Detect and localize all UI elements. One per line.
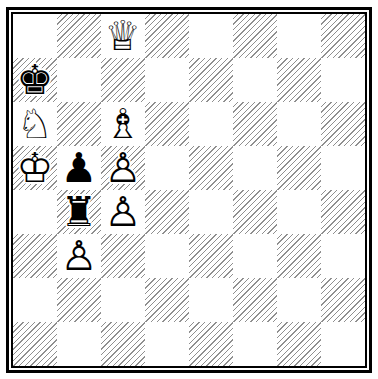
square-c1[interactable]: [101, 322, 145, 366]
square-f4[interactable]: [233, 190, 277, 234]
square-c6[interactable]: ♝♗: [101, 102, 145, 146]
piece-white-pawn-c5: ♟♙: [101, 146, 145, 190]
square-a2[interactable]: [13, 278, 57, 322]
square-d8[interactable]: [145, 14, 189, 58]
square-a7[interactable]: ♚: [13, 58, 57, 102]
square-h7[interactable]: [321, 58, 365, 102]
black-rook-glyph: ♜: [57, 190, 101, 234]
piece-white-pawn-b3: ♟♙: [57, 234, 101, 278]
white-pawn-glyph: ♙: [101, 146, 145, 190]
square-a8[interactable]: [13, 14, 57, 58]
piece-black-rook-b4: ♜: [57, 190, 101, 234]
square-b7[interactable]: [57, 58, 101, 102]
square-h5[interactable]: [321, 146, 365, 190]
square-c5[interactable]: ♟♙: [101, 146, 145, 190]
square-g4[interactable]: [277, 190, 321, 234]
white-pawn-glyph: ♙: [101, 190, 145, 234]
square-b2[interactable]: [57, 278, 101, 322]
square-d2[interactable]: [145, 278, 189, 322]
square-a5[interactable]: ♚♔: [13, 146, 57, 190]
square-g6[interactable]: [277, 102, 321, 146]
square-b1[interactable]: [57, 322, 101, 366]
piece-black-pawn-b5: ♟: [57, 146, 101, 190]
square-c4[interactable]: ♟♙: [101, 190, 145, 234]
white-queen-glyph: ♕: [101, 14, 145, 58]
square-h2[interactable]: [321, 278, 365, 322]
chess-diagram: ♛♕♚♞♘♝♗♚♔♟♟♙♜♟♙♟♙: [0, 0, 378, 379]
black-pawn-glyph: ♟: [57, 146, 101, 190]
white-bishop-glyph: ♗: [101, 102, 145, 146]
white-knight-glyph: ♘: [13, 102, 57, 146]
square-f2[interactable]: [233, 278, 277, 322]
square-a6[interactable]: ♞♘: [13, 102, 57, 146]
square-b6[interactable]: [57, 102, 101, 146]
square-f3[interactable]: [233, 234, 277, 278]
white-king-glyph: ♔: [13, 146, 57, 190]
square-c8[interactable]: ♛♕: [101, 14, 145, 58]
square-e2[interactable]: [189, 278, 233, 322]
board-inner-frame: ♛♕♚♞♘♝♗♚♔♟♟♙♜♟♙♟♙: [11, 12, 367, 368]
piece-white-knight-a6: ♞♘: [13, 102, 57, 146]
piece-white-king-a5: ♚♔: [13, 146, 57, 190]
square-f7[interactable]: [233, 58, 277, 102]
square-g3[interactable]: [277, 234, 321, 278]
square-b3[interactable]: ♟♙: [57, 234, 101, 278]
square-b4[interactable]: ♜: [57, 190, 101, 234]
square-h1[interactable]: [321, 322, 365, 366]
square-h3[interactable]: [321, 234, 365, 278]
square-b8[interactable]: [57, 14, 101, 58]
square-g7[interactable]: [277, 58, 321, 102]
square-e6[interactable]: [189, 102, 233, 146]
square-a3[interactable]: [13, 234, 57, 278]
piece-black-king-a7: ♚: [13, 58, 57, 102]
square-a1[interactable]: [13, 322, 57, 366]
square-h6[interactable]: [321, 102, 365, 146]
black-king-glyph: ♚: [13, 58, 57, 102]
piece-white-queen-c8: ♛♕: [101, 14, 145, 58]
white-pawn-glyph: ♙: [57, 234, 101, 278]
square-g2[interactable]: [277, 278, 321, 322]
square-f6[interactable]: [233, 102, 277, 146]
square-d3[interactable]: [145, 234, 189, 278]
square-f1[interactable]: [233, 322, 277, 366]
board-outer-frame: ♛♕♚♞♘♝♗♚♔♟♟♙♜♟♙♟♙: [6, 7, 372, 373]
square-g8[interactable]: [277, 14, 321, 58]
piece-white-bishop-c6: ♝♗: [101, 102, 145, 146]
square-d4[interactable]: [145, 190, 189, 234]
square-e7[interactable]: [189, 58, 233, 102]
square-c7[interactable]: [101, 58, 145, 102]
square-d1[interactable]: [145, 322, 189, 366]
square-h4[interactable]: [321, 190, 365, 234]
square-c3[interactable]: [101, 234, 145, 278]
square-c2[interactable]: [101, 278, 145, 322]
square-f8[interactable]: [233, 14, 277, 58]
square-e1[interactable]: [189, 322, 233, 366]
square-e4[interactable]: [189, 190, 233, 234]
square-d6[interactable]: [145, 102, 189, 146]
square-e5[interactable]: [189, 146, 233, 190]
square-b5[interactable]: ♟: [57, 146, 101, 190]
square-g5[interactable]: [277, 146, 321, 190]
square-h8[interactable]: [321, 14, 365, 58]
square-g1[interactable]: [277, 322, 321, 366]
square-e3[interactable]: [189, 234, 233, 278]
piece-white-pawn-c4: ♟♙: [101, 190, 145, 234]
square-f5[interactable]: [233, 146, 277, 190]
square-d5[interactable]: [145, 146, 189, 190]
square-e8[interactable]: [189, 14, 233, 58]
chess-board: ♛♕♚♞♘♝♗♚♔♟♟♙♜♟♙♟♙: [13, 14, 365, 366]
square-a4[interactable]: [13, 190, 57, 234]
square-d7[interactable]: [145, 58, 189, 102]
